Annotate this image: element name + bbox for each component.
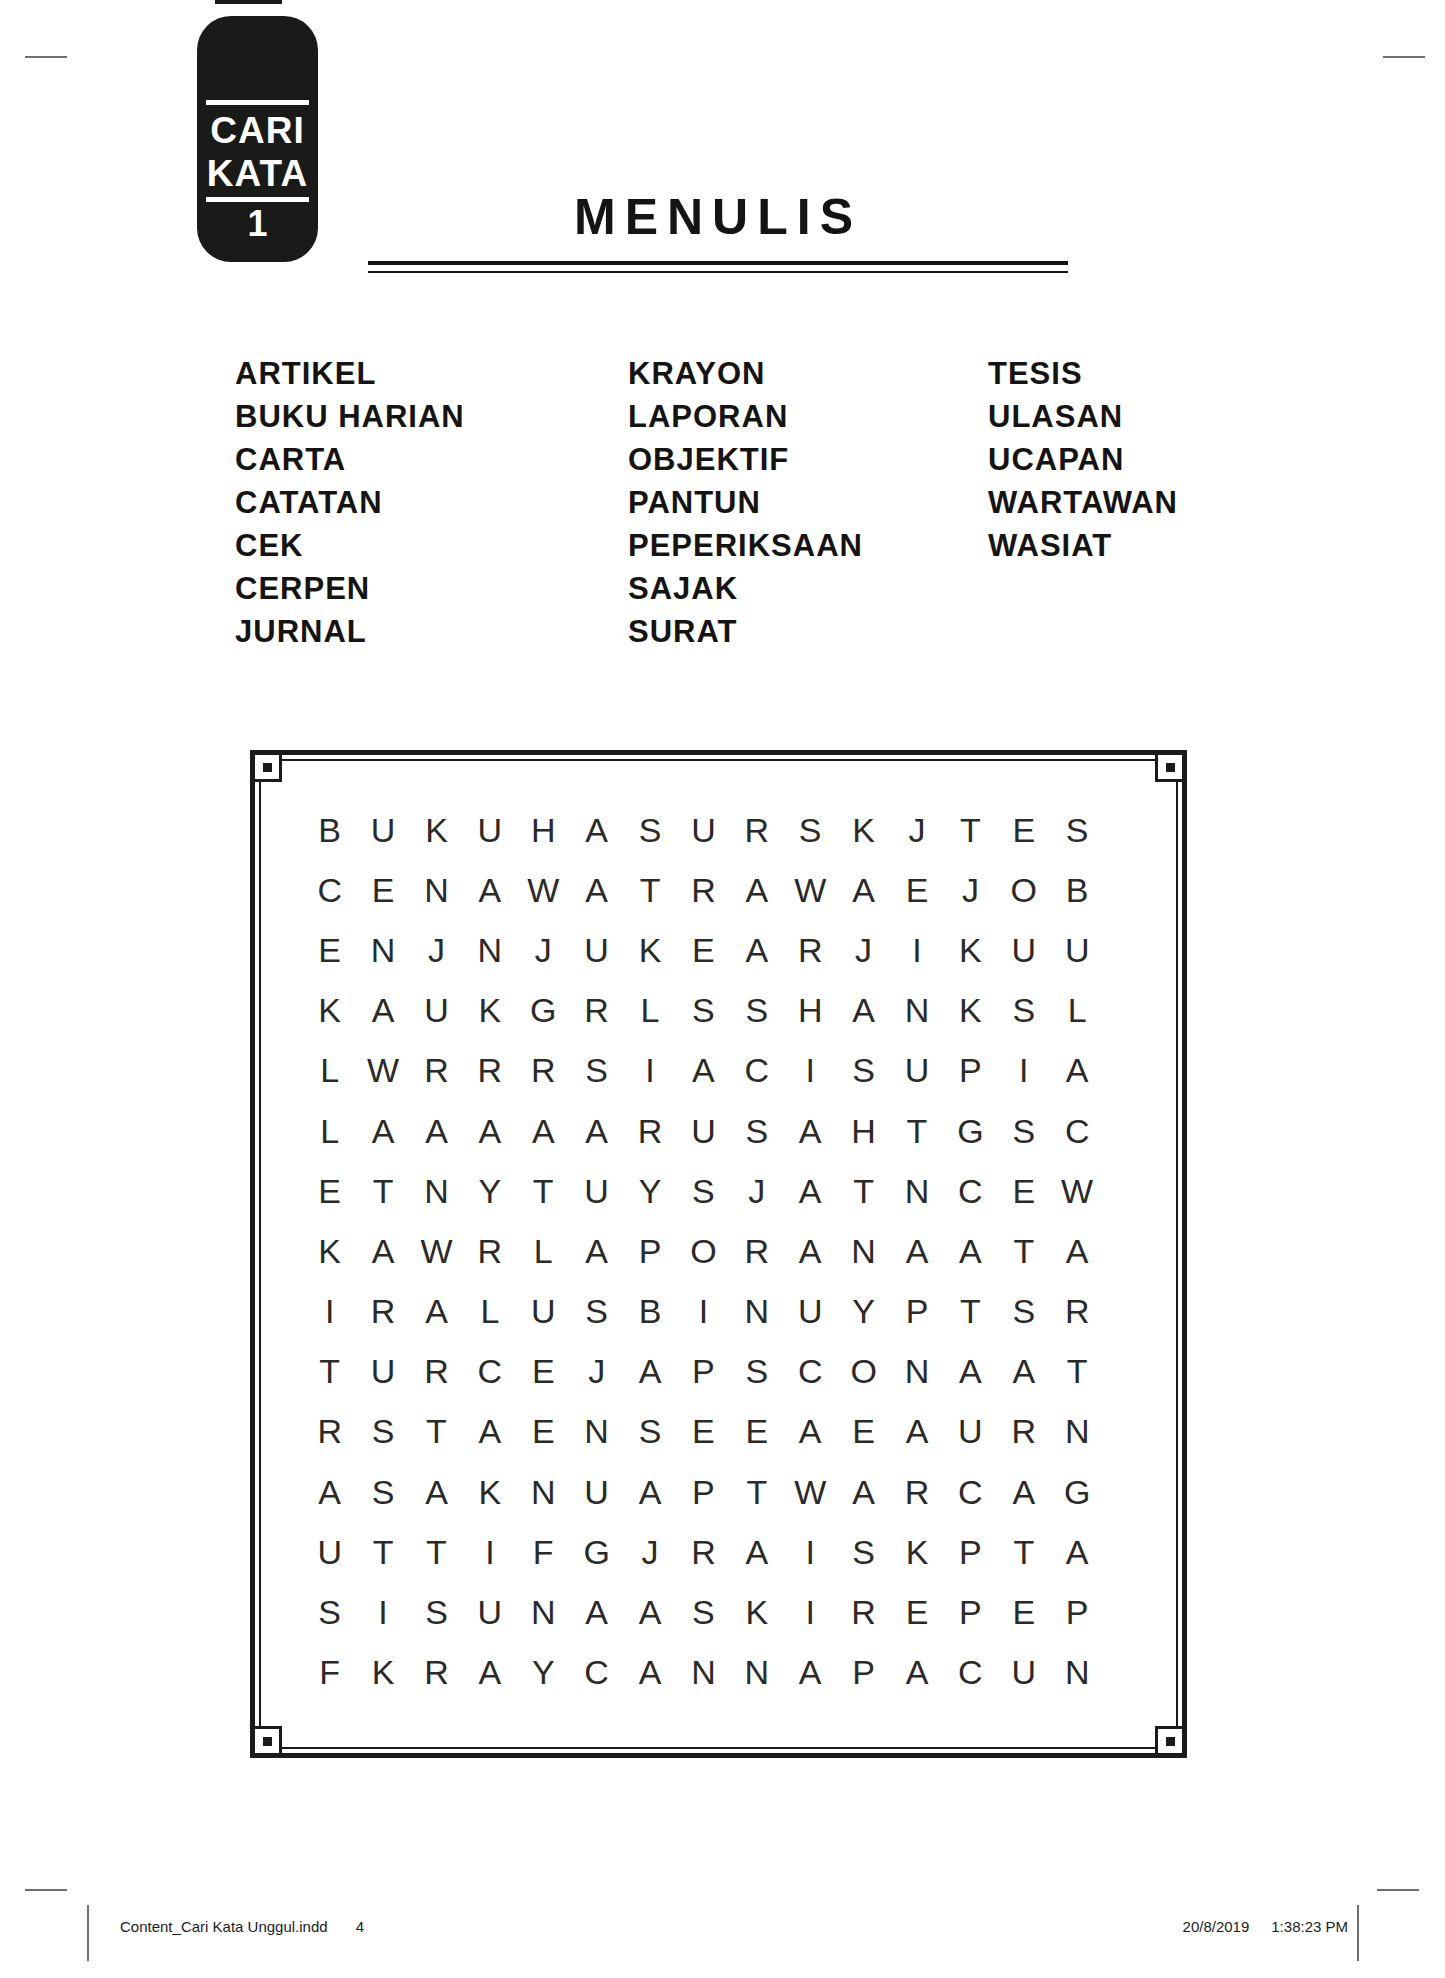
- word-list-item: PEPERIKSAAN: [628, 524, 863, 567]
- grid-cell[interactable]: N: [517, 1582, 570, 1642]
- frame-corner-ornament-top-left: [252, 752, 282, 782]
- grid-cell[interactable]: R: [410, 1041, 463, 1101]
- grid-cell[interactable]: A: [784, 1161, 837, 1221]
- grid-cell[interactable]: S: [570, 1041, 623, 1101]
- word-list-item: PANTUN: [628, 481, 863, 524]
- grid-cell[interactable]: T: [997, 1221, 1050, 1281]
- grid-cell[interactable]: S: [997, 981, 1050, 1041]
- grid-cell[interactable]: U: [997, 920, 1050, 980]
- grid-cell[interactable]: E: [677, 920, 730, 980]
- grid-cell[interactable]: A: [890, 1221, 943, 1281]
- grid-cell[interactable]: E: [303, 920, 356, 980]
- grid-cell[interactable]: T: [1050, 1342, 1103, 1402]
- grid-cell[interactable]: J: [570, 1342, 623, 1402]
- grid-cell[interactable]: K: [463, 1462, 516, 1522]
- grid-cell[interactable]: A: [784, 1402, 837, 1462]
- grid-cell[interactable]: A: [463, 1101, 516, 1161]
- grid-cell[interactable]: E: [890, 860, 943, 920]
- grid-cell[interactable]: A: [837, 1462, 890, 1522]
- grid-cell[interactable]: J: [890, 800, 943, 860]
- grid-cell[interactable]: O: [997, 860, 1050, 920]
- grid-cell[interactable]: E: [517, 1402, 570, 1462]
- puzzle-frame: BUKUHASURSKJTESCENAWATRAWAEJOBENJNJUKEAR…: [250, 750, 1187, 1758]
- grid-cell[interactable]: A: [570, 1582, 623, 1642]
- word-list-item: BUKU HARIAN: [235, 395, 465, 438]
- grid-cell[interactable]: N: [517, 1462, 570, 1522]
- grid-cell[interactable]: N: [730, 1282, 783, 1342]
- grid-cell[interactable]: K: [410, 800, 463, 860]
- grid-cell[interactable]: J: [730, 1161, 783, 1221]
- grid-cell[interactable]: A: [517, 1101, 570, 1161]
- grid-cell[interactable]: A: [1050, 1041, 1103, 1101]
- grid-cell[interactable]: T: [410, 1522, 463, 1582]
- grid-cell[interactable]: S: [784, 800, 837, 860]
- grid-cell[interactable]: E: [997, 800, 1050, 860]
- grid-cell[interactable]: W: [1050, 1161, 1103, 1221]
- grid-cell[interactable]: A: [570, 1221, 623, 1281]
- page-title: MENULIS: [368, 188, 1068, 246]
- grid-cell[interactable]: W: [517, 860, 570, 920]
- grid-cell[interactable]: R: [463, 1221, 516, 1281]
- grid-cell[interactable]: A: [784, 1101, 837, 1161]
- grid-cell[interactable]: W: [356, 1041, 409, 1101]
- word-search-grid: BUKUHASURSKJTESCENAWATRAWAEJOBENJNJUKEAR…: [303, 800, 1104, 1703]
- grid-cell[interactable]: H: [837, 1101, 890, 1161]
- grid-cell[interactable]: C: [944, 1462, 997, 1522]
- crop-mark-bottom-right-v: [1357, 1905, 1359, 1961]
- grid-cell[interactable]: U: [410, 981, 463, 1041]
- grid-cell[interactable]: B: [1050, 860, 1103, 920]
- grid-cell[interactable]: U: [890, 1041, 943, 1101]
- grid-cell[interactable]: R: [517, 1041, 570, 1101]
- grid-cell[interactable]: P: [677, 1462, 730, 1522]
- grid-cell[interactable]: P: [1050, 1582, 1103, 1642]
- grid-cell[interactable]: E: [837, 1402, 890, 1462]
- grid-cell[interactable]: J: [623, 1522, 676, 1582]
- grid-cell[interactable]: U: [784, 1282, 837, 1342]
- crop-mark-top-right: [1383, 56, 1425, 58]
- grid-cell[interactable]: T: [356, 1161, 409, 1221]
- grid-cell[interactable]: P: [677, 1342, 730, 1402]
- grid-cell[interactable]: R: [410, 1643, 463, 1703]
- badge-number: 1: [197, 204, 318, 244]
- grid-cell[interactable]: B: [623, 1282, 676, 1342]
- grid-cell[interactable]: A: [356, 1221, 409, 1281]
- grid-cell[interactable]: E: [303, 1161, 356, 1221]
- word-list-item: WARTAWAN: [988, 481, 1178, 524]
- grid-cell[interactable]: A: [623, 1643, 676, 1703]
- grid-cell[interactable]: J: [410, 920, 463, 980]
- grid-cell[interactable]: F: [517, 1522, 570, 1582]
- grid-cell[interactable]: R: [677, 1522, 730, 1582]
- grid-cell[interactable]: C: [463, 1342, 516, 1402]
- word-list-item: KRAYON: [628, 352, 863, 395]
- grid-cell[interactable]: K: [623, 920, 676, 980]
- badge-line2: KATA: [197, 154, 318, 194]
- grid-cell[interactable]: A: [410, 1101, 463, 1161]
- grid-cell[interactable]: N: [837, 1221, 890, 1281]
- grid-cell[interactable]: T: [303, 1342, 356, 1402]
- grid-cell[interactable]: Y: [517, 1643, 570, 1703]
- grid-cell[interactable]: I: [677, 1282, 730, 1342]
- word-list-item: CARTA: [235, 438, 465, 481]
- grid-cell[interactable]: R: [837, 1582, 890, 1642]
- grid-cell[interactable]: T: [890, 1101, 943, 1161]
- grid-cell[interactable]: A: [410, 1462, 463, 1522]
- grid-cell[interactable]: I: [303, 1282, 356, 1342]
- grid-cell[interactable]: R: [730, 1221, 783, 1281]
- grid-cell[interactable]: N: [410, 860, 463, 920]
- grid-cell[interactable]: W: [784, 860, 837, 920]
- grid-cell[interactable]: U: [677, 800, 730, 860]
- word-list-item: JURNAL: [235, 610, 465, 653]
- grid-cell[interactable]: A: [356, 981, 409, 1041]
- grid-cell[interactable]: A: [303, 1462, 356, 1522]
- frame-corner-ornament-top-right: [1155, 752, 1185, 782]
- crop-mark-top-left: [25, 56, 67, 58]
- grid-cell[interactable]: F: [303, 1643, 356, 1703]
- grid-cell[interactable]: U: [944, 1402, 997, 1462]
- word-list-item: CATATAN: [235, 481, 465, 524]
- grid-cell[interactable]: A: [1050, 1522, 1103, 1582]
- grid-cell[interactable]: K: [837, 800, 890, 860]
- footer-page-number: 4: [356, 1918, 364, 1935]
- grid-cell[interactable]: I: [997, 1041, 1050, 1101]
- grid-cell[interactable]: N: [356, 920, 409, 980]
- grid-cell[interactable]: S: [677, 981, 730, 1041]
- grid-cell[interactable]: B: [303, 800, 356, 860]
- grid-cell[interactable]: O: [677, 1221, 730, 1281]
- grid-cell[interactable]: N: [730, 1643, 783, 1703]
- frame-corner-ornament-bottom-right: [1155, 1726, 1185, 1756]
- grid-cell[interactable]: L: [1050, 981, 1103, 1041]
- word-list-item: CERPEN: [235, 567, 465, 610]
- grid-cell[interactable]: S: [730, 1101, 783, 1161]
- grid-cell[interactable]: I: [463, 1522, 516, 1582]
- word-list-item: TESIS: [988, 352, 1178, 395]
- grid-cell[interactable]: H: [784, 981, 837, 1041]
- grid-cell[interactable]: U: [303, 1522, 356, 1582]
- grid-cell[interactable]: L: [303, 1041, 356, 1101]
- grid-cell[interactable]: A: [730, 920, 783, 980]
- grid-cell[interactable]: R: [890, 1462, 943, 1522]
- word-list-item: ULASAN: [988, 395, 1178, 438]
- grid-cell[interactable]: W: [784, 1462, 837, 1522]
- grid-cell[interactable]: T: [356, 1522, 409, 1582]
- grid-cell[interactable]: A: [677, 1041, 730, 1101]
- grid-cell[interactable]: G: [570, 1522, 623, 1582]
- footer-date: 20/8/2019: [1183, 1918, 1250, 1935]
- grid-cell[interactable]: A: [463, 1643, 516, 1703]
- grid-cell[interactable]: U: [570, 1161, 623, 1221]
- grid-cell[interactable]: K: [890, 1522, 943, 1582]
- grid-cell[interactable]: A: [356, 1101, 409, 1161]
- crop-mark-bottom-right-h: [1377, 1889, 1419, 1891]
- grid-cell[interactable]: S: [356, 1462, 409, 1522]
- grid-cell[interactable]: E: [730, 1402, 783, 1462]
- grid-cell[interactable]: T: [410, 1402, 463, 1462]
- grid-cell[interactable]: U: [677, 1101, 730, 1161]
- grid-cell[interactable]: R: [1050, 1282, 1103, 1342]
- grid-cell[interactable]: K: [730, 1582, 783, 1642]
- grid-cell[interactable]: A: [463, 1402, 516, 1462]
- grid-cell[interactable]: C: [303, 860, 356, 920]
- word-list-item: ARTIKEL: [235, 352, 465, 395]
- grid-cell[interactable]: N: [1050, 1643, 1103, 1703]
- grid-cell[interactable]: G: [944, 1101, 997, 1161]
- grid-cell[interactable]: A: [730, 1522, 783, 1582]
- grid-cell[interactable]: R: [410, 1342, 463, 1402]
- grid-cell[interactable]: N: [463, 920, 516, 980]
- grid-cell[interactable]: K: [463, 981, 516, 1041]
- word-list-item: UCAPAN: [988, 438, 1178, 481]
- word-list-item: WASIAT: [988, 524, 1178, 567]
- grid-cell[interactable]: N: [570, 1402, 623, 1462]
- grid-cell[interactable]: T: [730, 1462, 783, 1522]
- word-list-item: OBJEKTIF: [628, 438, 863, 481]
- grid-cell[interactable]: K: [944, 981, 997, 1041]
- grid-cell[interactable]: R: [303, 1402, 356, 1462]
- grid-cell[interactable]: A: [944, 1221, 997, 1281]
- crop-mark-bottom-left-h: [25, 1889, 67, 1891]
- grid-cell[interactable]: R: [677, 860, 730, 920]
- footer-filename: Content_Cari Kata Unggul.indd: [120, 1918, 328, 1935]
- grid-cell[interactable]: C: [944, 1643, 997, 1703]
- grid-cell[interactable]: U: [517, 1282, 570, 1342]
- grid-cell[interactable]: R: [623, 1101, 676, 1161]
- grid-cell[interactable]: S: [997, 1101, 1050, 1161]
- grid-cell[interactable]: N: [1050, 1402, 1103, 1462]
- grid-cell[interactable]: W: [410, 1221, 463, 1281]
- grid-cell[interactable]: A: [784, 1221, 837, 1281]
- grid-cell[interactable]: E: [356, 860, 409, 920]
- grid-cell[interactable]: H: [517, 800, 570, 860]
- badge-bleed-mark: [215, 0, 282, 4]
- word-list-item: CEK: [235, 524, 465, 567]
- grid-cell[interactable]: R: [997, 1402, 1050, 1462]
- grid-cell[interactable]: A: [784, 1643, 837, 1703]
- grid-cell[interactable]: A: [890, 1402, 943, 1462]
- grid-cell[interactable]: E: [997, 1161, 1050, 1221]
- grid-cell[interactable]: A: [570, 800, 623, 860]
- title-underline: [368, 261, 1068, 273]
- grid-cell[interactable]: E: [517, 1342, 570, 1402]
- grid-cell[interactable]: O: [837, 1342, 890, 1402]
- grid-cell[interactable]: I: [356, 1582, 409, 1642]
- grid-cell[interactable]: R: [730, 800, 783, 860]
- grid-cell[interactable]: U: [356, 800, 409, 860]
- grid-cell[interactable]: S: [356, 1402, 409, 1462]
- crop-mark-bottom-left-v: [87, 1905, 89, 1961]
- grid-cell[interactable]: S: [410, 1582, 463, 1642]
- grid-cell[interactable]: E: [997, 1582, 1050, 1642]
- grid-cell[interactable]: A: [944, 1342, 997, 1402]
- grid-cell[interactable]: P: [944, 1041, 997, 1101]
- grid-cell[interactable]: T: [944, 800, 997, 860]
- grid-cell[interactable]: A: [837, 860, 890, 920]
- grid-cell[interactable]: P: [890, 1282, 943, 1342]
- grid-cell[interactable]: A: [463, 860, 516, 920]
- grid-cell[interactable]: I: [784, 1041, 837, 1101]
- grid-cell[interactable]: C: [730, 1041, 783, 1101]
- badge-rule-bottom: [206, 197, 309, 202]
- grid-cell[interactable]: A: [623, 1582, 676, 1642]
- grid-cell[interactable]: K: [944, 920, 997, 980]
- grid-cell[interactable]: S: [730, 1342, 783, 1402]
- grid-cell[interactable]: K: [303, 981, 356, 1041]
- grid-cell[interactable]: S: [570, 1282, 623, 1342]
- footer-filename-block: Content_Cari Kata Unggul.indd4: [120, 1918, 364, 1935]
- grid-cell[interactable]: A: [570, 1101, 623, 1161]
- grid-cell[interactable]: N: [890, 1161, 943, 1221]
- footer-timestamp-block: 20/8/20191:38:23 PM: [1183, 1918, 1348, 1935]
- grid-cell[interactable]: U: [356, 1342, 409, 1402]
- grid-cell[interactable]: K: [356, 1643, 409, 1703]
- grid-cell[interactable]: S: [623, 800, 676, 860]
- grid-cell[interactable]: G: [517, 981, 570, 1041]
- grid-cell[interactable]: N: [410, 1161, 463, 1221]
- puzzle-page: CARI KATA 1 MENULIS ARTIKELBUKU HARIANCA…: [0, 0, 1445, 1978]
- word-list-item: SAJAK: [628, 567, 863, 610]
- grid-cell[interactable]: S: [677, 1582, 730, 1642]
- grid-cell[interactable]: A: [410, 1282, 463, 1342]
- grid-cell[interactable]: A: [997, 1342, 1050, 1402]
- grid-cell[interactable]: P: [944, 1522, 997, 1582]
- grid-cell[interactable]: C: [944, 1161, 997, 1221]
- grid-cell[interactable]: Y: [463, 1161, 516, 1221]
- word-list-column-2: KRAYONLAPORANOBJEKTIFPANTUNPEPERIKSAANSA…: [628, 352, 863, 653]
- grid-cell[interactable]: R: [356, 1282, 409, 1342]
- series-badge: CARI KATA 1: [197, 16, 318, 262]
- grid-cell[interactable]: L: [517, 1221, 570, 1281]
- grid-cell[interactable]: S: [730, 981, 783, 1041]
- grid-cell[interactable]: N: [890, 1342, 943, 1402]
- grid-cell[interactable]: S: [997, 1282, 1050, 1342]
- word-list-column-3: TESISULASANUCAPANWARTAWANWASIAT: [988, 352, 1178, 567]
- badge-rule-top: [206, 100, 309, 105]
- grid-cell[interactable]: T: [997, 1522, 1050, 1582]
- grid-cell[interactable]: I: [890, 920, 943, 980]
- grid-cell[interactable]: A: [890, 1643, 943, 1703]
- grid-cell[interactable]: I: [784, 1582, 837, 1642]
- grid-cell[interactable]: P: [944, 1582, 997, 1642]
- grid-cell[interactable]: A: [1050, 1221, 1103, 1281]
- grid-cell[interactable]: S: [623, 1402, 676, 1462]
- grid-cell[interactable]: J: [944, 860, 997, 920]
- grid-cell[interactable]: U: [463, 1582, 516, 1642]
- grid-cell[interactable]: E: [890, 1582, 943, 1642]
- grid-cell[interactable]: R: [784, 920, 837, 980]
- grid-cell[interactable]: S: [677, 1161, 730, 1221]
- grid-cell[interactable]: A: [730, 860, 783, 920]
- grid-cell[interactable]: T: [944, 1282, 997, 1342]
- grid-cell[interactable]: I: [623, 1041, 676, 1101]
- grid-cell[interactable]: P: [623, 1221, 676, 1281]
- frame-corner-ornament-bottom-left: [252, 1726, 282, 1756]
- grid-cell[interactable]: U: [570, 1462, 623, 1522]
- grid-cell[interactable]: R: [570, 981, 623, 1041]
- word-list-item: LAPORAN: [628, 395, 863, 438]
- grid-cell[interactable]: U: [1050, 920, 1103, 980]
- grid-cell[interactable]: T: [517, 1161, 570, 1221]
- word-list-item: SURAT: [628, 610, 863, 653]
- grid-cell[interactable]: L: [303, 1101, 356, 1161]
- badge-line1: CARI: [197, 111, 318, 151]
- grid-cell[interactable]: T: [623, 860, 676, 920]
- grid-cell[interactable]: U: [463, 800, 516, 860]
- grid-cell[interactable]: Y: [837, 1282, 890, 1342]
- grid-cell[interactable]: N: [677, 1643, 730, 1703]
- grid-cell[interactable]: A: [623, 1342, 676, 1402]
- grid-cell[interactable]: K: [303, 1221, 356, 1281]
- grid-cell[interactable]: T: [837, 1161, 890, 1221]
- grid-cell[interactable]: U: [570, 920, 623, 980]
- grid-cell[interactable]: U: [997, 1643, 1050, 1703]
- grid-cell[interactable]: Y: [623, 1161, 676, 1221]
- grid-cell[interactable]: L: [623, 981, 676, 1041]
- grid-cell[interactable]: A: [623, 1462, 676, 1522]
- grid-cell[interactable]: C: [570, 1643, 623, 1703]
- grid-cell[interactable]: A: [997, 1462, 1050, 1522]
- grid-cell[interactable]: A: [570, 860, 623, 920]
- grid-cell[interactable]: N: [890, 981, 943, 1041]
- footer-time: 1:38:23 PM: [1271, 1918, 1348, 1935]
- grid-cell[interactable]: R: [463, 1041, 516, 1101]
- grid-cell[interactable]: G: [1050, 1462, 1103, 1522]
- grid-cell[interactable]: J: [517, 920, 570, 980]
- grid-cell[interactable]: L: [463, 1282, 516, 1342]
- grid-cell[interactable]: C: [1050, 1101, 1103, 1161]
- grid-cell[interactable]: S: [837, 1522, 890, 1582]
- grid-cell[interactable]: S: [1050, 800, 1103, 860]
- grid-cell[interactable]: C: [784, 1342, 837, 1402]
- grid-cell[interactable]: I: [784, 1522, 837, 1582]
- word-list-column-1: ARTIKELBUKU HARIANCARTACATATANCEKCERPENJ…: [235, 352, 465, 653]
- grid-cell[interactable]: P: [837, 1643, 890, 1703]
- grid-cell[interactable]: A: [837, 981, 890, 1041]
- grid-cell[interactable]: E: [677, 1402, 730, 1462]
- grid-cell[interactable]: S: [837, 1041, 890, 1101]
- grid-cell[interactable]: J: [837, 920, 890, 980]
- grid-cell[interactable]: S: [303, 1582, 356, 1642]
